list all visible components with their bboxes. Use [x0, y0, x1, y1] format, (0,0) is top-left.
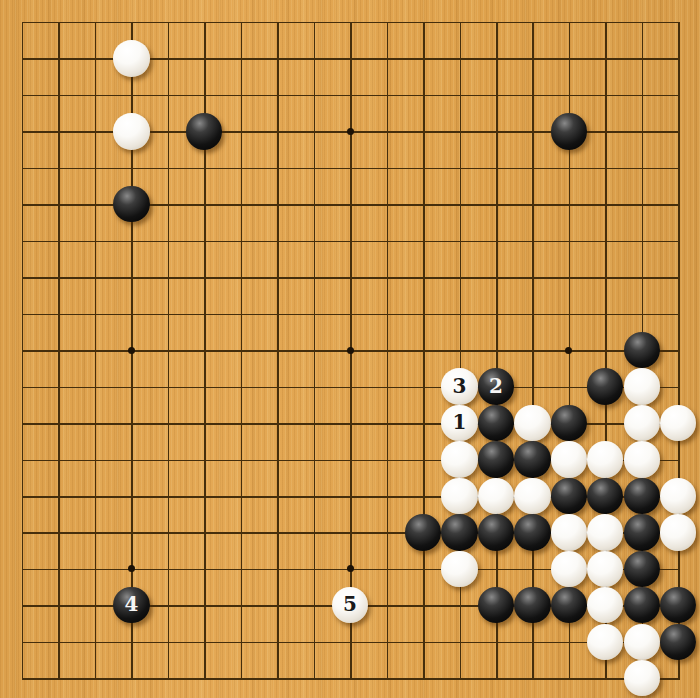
board-point[interactable]: [77, 405, 113, 441]
board-point[interactable]: [514, 77, 550, 113]
board-point[interactable]: [150, 259, 186, 295]
board-point[interactable]: 3: [441, 368, 477, 404]
board-point[interactable]: [186, 150, 222, 186]
board-point[interactable]: [222, 150, 258, 186]
board-point[interactable]: [660, 587, 696, 623]
board-point[interactable]: [623, 186, 659, 222]
board-point[interactable]: [4, 405, 40, 441]
board-point[interactable]: [113, 113, 149, 149]
board-point[interactable]: [113, 441, 149, 477]
board-point[interactable]: [40, 623, 76, 659]
board-point[interactable]: [40, 222, 76, 258]
board-point[interactable]: [4, 514, 40, 550]
board-point[interactable]: [186, 368, 222, 404]
board-point[interactable]: [623, 113, 659, 149]
board-point[interactable]: [478, 186, 514, 222]
board-point[interactable]: [40, 514, 76, 550]
board-point[interactable]: [186, 332, 222, 368]
board-point[interactable]: [405, 478, 441, 514]
board-point[interactable]: [186, 113, 222, 149]
board-point[interactable]: [478, 113, 514, 149]
board-point[interactable]: [405, 186, 441, 222]
board-point[interactable]: [113, 332, 149, 368]
board-point[interactable]: [514, 40, 550, 76]
board-point[interactable]: [587, 551, 623, 587]
board-point[interactable]: [4, 222, 40, 258]
board-point[interactable]: [587, 295, 623, 331]
board-point[interactable]: [295, 77, 331, 113]
board-point[interactable]: [295, 186, 331, 222]
board-point[interactable]: [113, 478, 149, 514]
board-point[interactable]: [77, 40, 113, 76]
board-point[interactable]: [587, 113, 623, 149]
board-point[interactable]: [186, 295, 222, 331]
board-point[interactable]: [514, 478, 550, 514]
board-point[interactable]: [150, 514, 186, 550]
board-point[interactable]: [40, 478, 76, 514]
board-point[interactable]: 1: [441, 405, 477, 441]
board-point[interactable]: [405, 441, 441, 477]
board-point[interactable]: [222, 77, 258, 113]
board-point[interactable]: [332, 660, 368, 696]
board-point[interactable]: [259, 587, 295, 623]
board-point[interactable]: [441, 113, 477, 149]
board-point[interactable]: [660, 623, 696, 659]
board-point[interactable]: [551, 587, 587, 623]
board-point[interactable]: [623, 222, 659, 258]
board-point[interactable]: [441, 623, 477, 659]
board-point[interactable]: [259, 332, 295, 368]
board-point[interactable]: [478, 332, 514, 368]
board-point[interactable]: [295, 514, 331, 550]
board-point[interactable]: [77, 113, 113, 149]
board-point[interactable]: [259, 623, 295, 659]
board-point[interactable]: [623, 514, 659, 550]
board-point[interactable]: [660, 441, 696, 477]
board-point[interactable]: [259, 150, 295, 186]
board-point[interactable]: [4, 441, 40, 477]
board-point[interactable]: [186, 186, 222, 222]
board-point[interactable]: [4, 113, 40, 149]
board-point[interactable]: [113, 623, 149, 659]
board-point[interactable]: [259, 40, 295, 76]
board-point[interactable]: [332, 40, 368, 76]
board-point[interactable]: [368, 368, 404, 404]
board-point[interactable]: [514, 551, 550, 587]
board-point[interactable]: [295, 405, 331, 441]
board-point[interactable]: [441, 40, 477, 76]
board-point[interactable]: [77, 660, 113, 696]
board-point[interactable]: [478, 478, 514, 514]
board-point[interactable]: [514, 150, 550, 186]
board-point[interactable]: [186, 587, 222, 623]
board-point[interactable]: [259, 4, 295, 40]
board-point[interactable]: [4, 259, 40, 295]
board-point[interactable]: [587, 4, 623, 40]
board-point[interactable]: [405, 295, 441, 331]
board-point[interactable]: [587, 150, 623, 186]
board-point[interactable]: [4, 150, 40, 186]
board-point[interactable]: [77, 478, 113, 514]
board-point[interactable]: [660, 222, 696, 258]
board-point[interactable]: [186, 40, 222, 76]
board-point[interactable]: [295, 368, 331, 404]
board-point[interactable]: [551, 295, 587, 331]
board-point[interactable]: [222, 441, 258, 477]
board-point[interactable]: [368, 332, 404, 368]
board-point[interactable]: [150, 77, 186, 113]
board-point[interactable]: [623, 660, 659, 696]
board-point[interactable]: [295, 478, 331, 514]
board-point[interactable]: [660, 295, 696, 331]
board-point[interactable]: [332, 405, 368, 441]
board-point[interactable]: [259, 222, 295, 258]
board-point[interactable]: [623, 259, 659, 295]
board-point[interactable]: [295, 222, 331, 258]
board-point[interactable]: [478, 660, 514, 696]
board-point[interactable]: 4: [113, 587, 149, 623]
board-point[interactable]: [259, 186, 295, 222]
board-point[interactable]: [441, 259, 477, 295]
board-point[interactable]: [660, 150, 696, 186]
board-point[interactable]: [514, 332, 550, 368]
board-point[interactable]: [405, 40, 441, 76]
board-point[interactable]: [551, 368, 587, 404]
board-point[interactable]: [623, 332, 659, 368]
board-point[interactable]: [587, 40, 623, 76]
board-point[interactable]: [623, 405, 659, 441]
board-point[interactable]: [186, 478, 222, 514]
board-point[interactable]: [222, 405, 258, 441]
board-point[interactable]: [441, 4, 477, 40]
board-point[interactable]: [368, 587, 404, 623]
board-point[interactable]: [623, 441, 659, 477]
board-point[interactable]: [368, 478, 404, 514]
board-point[interactable]: [113, 186, 149, 222]
board-point[interactable]: [551, 4, 587, 40]
board-point[interactable]: [368, 405, 404, 441]
board-point[interactable]: [660, 259, 696, 295]
board-point[interactable]: [623, 587, 659, 623]
board-point[interactable]: [514, 623, 550, 659]
board-point[interactable]: 2: [478, 368, 514, 404]
board-point[interactable]: [623, 295, 659, 331]
board-point[interactable]: [441, 295, 477, 331]
board-point[interactable]: [40, 405, 76, 441]
board-point[interactable]: [623, 4, 659, 40]
board-point[interactable]: [222, 259, 258, 295]
board-point[interactable]: [113, 551, 149, 587]
board-point[interactable]: [368, 660, 404, 696]
board-point[interactable]: [259, 113, 295, 149]
board-point[interactable]: [150, 623, 186, 659]
board-point[interactable]: [113, 4, 149, 40]
board-point[interactable]: [551, 405, 587, 441]
board-point[interactable]: [623, 77, 659, 113]
board-point[interactable]: [441, 332, 477, 368]
board-point[interactable]: [405, 405, 441, 441]
board-point[interactable]: 5: [332, 587, 368, 623]
board-point[interactable]: [514, 368, 550, 404]
board-point[interactable]: [587, 514, 623, 550]
board-point[interactable]: [259, 660, 295, 696]
board-point[interactable]: [40, 40, 76, 76]
board-point[interactable]: [222, 332, 258, 368]
board-point[interactable]: [186, 259, 222, 295]
board-point[interactable]: [222, 295, 258, 331]
board-point[interactable]: [551, 478, 587, 514]
board-point[interactable]: [295, 587, 331, 623]
board-point[interactable]: [405, 587, 441, 623]
board-point[interactable]: [222, 40, 258, 76]
board-point[interactable]: [259, 478, 295, 514]
board-point[interactable]: [150, 551, 186, 587]
board-point[interactable]: [514, 186, 550, 222]
board-point[interactable]: [660, 405, 696, 441]
board-point[interactable]: [478, 259, 514, 295]
board-point[interactable]: [77, 259, 113, 295]
board-point[interactable]: [368, 623, 404, 659]
board-point[interactable]: [551, 150, 587, 186]
board-point[interactable]: [186, 441, 222, 477]
board-point[interactable]: [295, 4, 331, 40]
board-point[interactable]: [551, 441, 587, 477]
board-point[interactable]: [587, 660, 623, 696]
board-point[interactable]: [587, 405, 623, 441]
board-point[interactable]: [259, 551, 295, 587]
board-point[interactable]: [295, 40, 331, 76]
board-point[interactable]: [332, 295, 368, 331]
board-point[interactable]: [551, 113, 587, 149]
board-point[interactable]: [587, 368, 623, 404]
board-point[interactable]: [587, 587, 623, 623]
board-point[interactable]: [405, 259, 441, 295]
board-point[interactable]: [295, 441, 331, 477]
board-point[interactable]: [551, 514, 587, 550]
board-point[interactable]: [295, 660, 331, 696]
board-point[interactable]: [332, 186, 368, 222]
board-point[interactable]: [332, 259, 368, 295]
board-point[interactable]: [4, 332, 40, 368]
board-point[interactable]: [259, 368, 295, 404]
board-point[interactable]: [514, 222, 550, 258]
board-point[interactable]: [478, 623, 514, 659]
board-point[interactable]: [441, 441, 477, 477]
board-point[interactable]: [368, 441, 404, 477]
board-point[interactable]: [4, 551, 40, 587]
board-point[interactable]: [478, 4, 514, 40]
board-point[interactable]: [441, 551, 477, 587]
board-point[interactable]: [441, 77, 477, 113]
board-point[interactable]: [186, 77, 222, 113]
board-point[interactable]: [222, 587, 258, 623]
board-point[interactable]: [259, 77, 295, 113]
board-point[interactable]: [4, 478, 40, 514]
board-point[interactable]: [186, 551, 222, 587]
board-point[interactable]: [40, 441, 76, 477]
board-point[interactable]: [660, 514, 696, 550]
board-point[interactable]: [660, 551, 696, 587]
board-point[interactable]: [405, 113, 441, 149]
board-point[interactable]: [150, 405, 186, 441]
board-point[interactable]: [40, 295, 76, 331]
board-point[interactable]: [405, 660, 441, 696]
board-point[interactable]: [77, 623, 113, 659]
board-point[interactable]: [77, 222, 113, 258]
board-point[interactable]: [150, 295, 186, 331]
board-point[interactable]: [259, 295, 295, 331]
board-point[interactable]: [514, 405, 550, 441]
board-point[interactable]: [587, 259, 623, 295]
board-point[interactable]: [113, 405, 149, 441]
board-point[interactable]: [441, 587, 477, 623]
board-point[interactable]: [441, 222, 477, 258]
board-point[interactable]: [77, 514, 113, 550]
board-point[interactable]: [623, 551, 659, 587]
board-point[interactable]: [405, 623, 441, 659]
board-point[interactable]: [478, 295, 514, 331]
board-point[interactable]: [4, 587, 40, 623]
board-point[interactable]: [259, 441, 295, 477]
board-point[interactable]: [150, 150, 186, 186]
board-point[interactable]: [368, 295, 404, 331]
board-point[interactable]: [186, 4, 222, 40]
board-point[interactable]: [405, 150, 441, 186]
board-point[interactable]: [623, 368, 659, 404]
board-point[interactable]: [40, 150, 76, 186]
board-point[interactable]: [186, 405, 222, 441]
board-point[interactable]: [514, 259, 550, 295]
board-point[interactable]: [478, 405, 514, 441]
board-point[interactable]: [587, 332, 623, 368]
board-point[interactable]: [4, 186, 40, 222]
board-point[interactable]: [660, 77, 696, 113]
board-point[interactable]: [77, 295, 113, 331]
board-point[interactable]: [332, 332, 368, 368]
board-point[interactable]: [514, 113, 550, 149]
board-point[interactable]: [623, 150, 659, 186]
board-point[interactable]: [150, 4, 186, 40]
board-point[interactable]: [222, 186, 258, 222]
board-point[interactable]: [295, 259, 331, 295]
board-point[interactable]: [623, 623, 659, 659]
board-point[interactable]: [478, 150, 514, 186]
board-point[interactable]: [40, 77, 76, 113]
board-point[interactable]: [295, 113, 331, 149]
board-point[interactable]: [4, 660, 40, 696]
board-point[interactable]: [441, 660, 477, 696]
board-point[interactable]: [295, 551, 331, 587]
board-point[interactable]: [113, 368, 149, 404]
board-point[interactable]: [4, 77, 40, 113]
board-point[interactable]: [587, 623, 623, 659]
board-point[interactable]: [150, 587, 186, 623]
board-point[interactable]: [514, 295, 550, 331]
board-point[interactable]: [40, 186, 76, 222]
board-point[interactable]: [295, 295, 331, 331]
board-point[interactable]: [551, 186, 587, 222]
board-point[interactable]: [551, 623, 587, 659]
board-point[interactable]: [150, 368, 186, 404]
board-point[interactable]: [150, 113, 186, 149]
board-point[interactable]: [660, 332, 696, 368]
board-point[interactable]: [405, 368, 441, 404]
board-point[interactable]: [222, 514, 258, 550]
board-point[interactable]: [478, 514, 514, 550]
board-point[interactable]: [368, 150, 404, 186]
board-point[interactable]: [4, 368, 40, 404]
board-point[interactable]: [295, 623, 331, 659]
board-point[interactable]: [40, 368, 76, 404]
board-point[interactable]: [77, 551, 113, 587]
board-point[interactable]: [113, 77, 149, 113]
board-point[interactable]: [113, 295, 149, 331]
board-point[interactable]: [660, 186, 696, 222]
board-point[interactable]: [77, 587, 113, 623]
board-point[interactable]: [478, 551, 514, 587]
board-point[interactable]: [77, 77, 113, 113]
board-point[interactable]: [368, 77, 404, 113]
board-point[interactable]: [660, 660, 696, 696]
board-point[interactable]: [441, 186, 477, 222]
board-point[interactable]: [405, 551, 441, 587]
board-point[interactable]: [514, 4, 550, 40]
board-point[interactable]: [660, 478, 696, 514]
board-point[interactable]: [332, 551, 368, 587]
board-point[interactable]: [222, 478, 258, 514]
board-point[interactable]: [222, 368, 258, 404]
board-point[interactable]: [150, 660, 186, 696]
board-point[interactable]: [368, 113, 404, 149]
board-point[interactable]: [368, 514, 404, 550]
board-point[interactable]: [368, 4, 404, 40]
board-point[interactable]: [514, 514, 550, 550]
board-point[interactable]: [77, 332, 113, 368]
board-point[interactable]: [551, 660, 587, 696]
board-point[interactable]: [332, 478, 368, 514]
board-point[interactable]: [186, 514, 222, 550]
board-point[interactable]: [623, 40, 659, 76]
board-point[interactable]: [405, 514, 441, 550]
board-point[interactable]: [368, 40, 404, 76]
board-point[interactable]: [660, 113, 696, 149]
board-point[interactable]: [368, 551, 404, 587]
board-point[interactable]: [113, 514, 149, 550]
board-point[interactable]: [222, 623, 258, 659]
board-point[interactable]: [551, 222, 587, 258]
board-point[interactable]: [40, 332, 76, 368]
board-point[interactable]: [4, 4, 40, 40]
board-point[interactable]: [150, 441, 186, 477]
board-point[interactable]: [514, 660, 550, 696]
board-point[interactable]: [660, 4, 696, 40]
board-point[interactable]: [40, 587, 76, 623]
board-point[interactable]: [368, 222, 404, 258]
board-point[interactable]: [4, 623, 40, 659]
board-point[interactable]: [77, 368, 113, 404]
board-point[interactable]: [222, 4, 258, 40]
board-point[interactable]: [587, 478, 623, 514]
board-point[interactable]: [113, 660, 149, 696]
board-point[interactable]: [113, 40, 149, 76]
board-point[interactable]: [40, 113, 76, 149]
board-point[interactable]: [222, 660, 258, 696]
board-point[interactable]: [478, 40, 514, 76]
board-point[interactable]: [332, 441, 368, 477]
board-point[interactable]: [332, 77, 368, 113]
board-point[interactable]: [551, 332, 587, 368]
board-point[interactable]: [259, 405, 295, 441]
